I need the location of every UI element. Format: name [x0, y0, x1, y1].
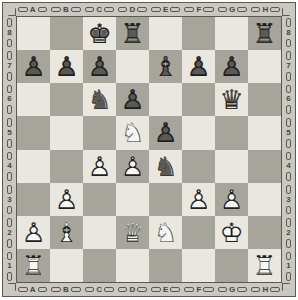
square-d3[interactable]: [116, 183, 149, 216]
square-f8[interactable]: [182, 17, 215, 50]
square-h3[interactable]: [248, 183, 281, 216]
piece-white-pawn[interactable]: ♟♙: [17, 216, 50, 249]
square-d4[interactable]: ♟♙: [116, 150, 149, 183]
file-label-g: G: [216, 3, 249, 16]
file-labels-bottom: ABCDEFGH: [16, 283, 282, 296]
chess-app: ABCDEFGH 87654321 ♚♔♜♖♜♖♟♙♟♙♟♙♝♗♟♙♟♙♞♘♟♙…: [0, 0, 298, 300]
square-c1[interactable]: [83, 249, 116, 282]
rank-label-2: 2: [3, 216, 16, 249]
piece-white-pawn[interactable]: ♟♙: [182, 183, 215, 216]
piece-outline-glyph: ♙: [17, 216, 50, 249]
square-b3[interactable]: ♟♙: [50, 183, 83, 216]
piece-white-bishop[interactable]: ♝♗: [50, 216, 83, 249]
square-h8[interactable]: ♜♖: [248, 17, 281, 50]
piece-outline-glyph: ♙: [182, 183, 215, 216]
piece-outline-glyph: ♙: [182, 50, 215, 83]
piece-outline-glyph: ♙: [149, 116, 182, 149]
piece-outline-glyph: ♔: [215, 216, 248, 249]
piece-white-pawn[interactable]: ♟♙: [215, 183, 248, 216]
rank-label-5: 5: [3, 116, 16, 149]
piece-black-queen[interactable]: ♛♕: [215, 83, 248, 116]
piece-black-bishop[interactable]: ♝♗: [149, 50, 182, 83]
piece-outline-glyph: ♙: [83, 150, 116, 183]
file-label-f: F: [182, 3, 215, 16]
square-g1[interactable]: [215, 249, 248, 282]
rank-label-3: 3: [282, 183, 295, 216]
rank-label-7: 7: [3, 49, 16, 82]
rank-label-7: 7: [282, 49, 295, 82]
file-label-h: H: [249, 283, 282, 296]
square-f2[interactable]: [182, 216, 215, 249]
square-c5[interactable]: [83, 116, 116, 149]
piece-black-pawn[interactable]: ♟♙: [17, 50, 50, 83]
piece-white-knight[interactable]: ♞♘: [149, 216, 182, 249]
square-h5[interactable]: [248, 116, 281, 149]
file-label-c: C: [83, 3, 116, 16]
piece-outline-glyph: ♙: [83, 50, 116, 83]
rank-label-3: 3: [3, 183, 16, 216]
square-f7[interactable]: ♟♙: [182, 50, 215, 83]
piece-outline-glyph: ♘: [149, 150, 182, 183]
piece-outline-glyph: ♕: [116, 216, 149, 249]
square-b6[interactable]: [50, 83, 83, 116]
square-h2[interactable]: [248, 216, 281, 249]
square-a4[interactable]: [17, 150, 50, 183]
piece-white-king[interactable]: ♚♔: [215, 216, 248, 249]
piece-outline-glyph: ♙: [116, 150, 149, 183]
square-c4[interactable]: ♟♙: [83, 150, 116, 183]
square-d5[interactable]: ♞♘: [116, 116, 149, 149]
square-b5[interactable]: [50, 116, 83, 149]
square-f4[interactable]: [182, 150, 215, 183]
square-b4[interactable]: [50, 150, 83, 183]
piece-white-pawn[interactable]: ♟♙: [50, 183, 83, 216]
piece-outline-glyph: ♙: [50, 183, 83, 216]
square-c7[interactable]: ♟♙: [83, 50, 116, 83]
piece-outline-glyph: ♙: [17, 50, 50, 83]
square-b8[interactable]: [50, 17, 83, 50]
square-a3[interactable]: [17, 183, 50, 216]
square-e7[interactable]: ♝♗: [149, 50, 182, 83]
piece-outline-glyph: ♖: [248, 249, 281, 282]
piece-outline-glyph: ♗: [50, 216, 83, 249]
square-c2[interactable]: [83, 216, 116, 249]
piece-outline-glyph: ♘: [116, 116, 149, 149]
piece-outline-glyph: ♙: [50, 50, 83, 83]
rank-label-6: 6: [282, 83, 295, 116]
rank-labels-right: 87654321: [282, 16, 295, 283]
square-a1[interactable]: ♜♖: [17, 249, 50, 282]
chess-board: ♚♔♜♖♜♖♟♙♟♙♟♙♝♗♟♙♟♙♞♘♟♙♛♕♞♘♟♙♟♙♟♙♞♘♟♙♟♙♟♙…: [16, 16, 282, 283]
piece-outline-glyph: ♖: [17, 249, 50, 282]
square-a2[interactable]: ♟♙: [17, 216, 50, 249]
rank-label-8: 8: [282, 16, 295, 49]
piece-black-rook[interactable]: ♜♖: [248, 17, 281, 50]
file-labels-top: ABCDEFGH: [16, 3, 282, 16]
square-b2[interactable]: ♝♗: [50, 216, 83, 249]
board-frame: ABCDEFGH 87654321 ♚♔♜♖♜♖♟♙♟♙♟♙♝♗♟♙♟♙♞♘♟♙…: [2, 2, 296, 297]
file-label-h: H: [249, 3, 282, 16]
rank-label-1: 1: [282, 250, 295, 283]
rank-label-1: 1: [3, 250, 16, 283]
square-e5[interactable]: ♟♙: [149, 116, 182, 149]
square-e1[interactable]: [149, 249, 182, 282]
square-g6[interactable]: ♛♕: [215, 83, 248, 116]
piece-black-king[interactable]: ♚♔: [83, 17, 116, 50]
piece-white-rook[interactable]: ♜♖: [17, 249, 50, 282]
file-label-a: A: [16, 283, 49, 296]
piece-black-pawn[interactable]: ♟♙: [116, 83, 149, 116]
file-label-b: B: [49, 283, 82, 296]
file-label-d: D: [116, 283, 149, 296]
square-c8[interactable]: ♚♔: [83, 17, 116, 50]
square-g2[interactable]: ♚♔: [215, 216, 248, 249]
rank-label-5: 5: [282, 116, 295, 149]
file-label-b: B: [49, 3, 82, 16]
square-e6[interactable]: [149, 83, 182, 116]
frame-corner-bottom-right: [282, 283, 295, 296]
file-label-d: D: [116, 3, 149, 16]
square-f3[interactable]: ♟♙: [182, 183, 215, 216]
piece-black-knight[interactable]: ♞♘: [149, 150, 182, 183]
square-a5[interactable]: [17, 116, 50, 149]
piece-outline-glyph: ♘: [83, 83, 116, 116]
piece-white-queen[interactable]: ♛♕: [116, 216, 149, 249]
piece-black-knight[interactable]: ♞♘: [83, 83, 116, 116]
square-g4[interactable]: [215, 150, 248, 183]
piece-white-pawn[interactable]: ♟♙: [116, 150, 149, 183]
piece-outline-glyph: ♕: [215, 83, 248, 116]
square-h6[interactable]: [248, 83, 281, 116]
square-d8[interactable]: ♜♖: [116, 17, 149, 50]
square-f6[interactable]: [182, 83, 215, 116]
square-c3[interactable]: [83, 183, 116, 216]
rank-label-4: 4: [282, 150, 295, 183]
piece-outline-glyph: ♘: [149, 216, 182, 249]
rank-label-2: 2: [282, 216, 295, 249]
square-d2[interactable]: ♛♕: [116, 216, 149, 249]
piece-outline-glyph: ♙: [116, 83, 149, 116]
rank-labels-left: 87654321: [3, 16, 16, 283]
piece-outline-glyph: ♙: [215, 183, 248, 216]
square-h7[interactable]: [248, 50, 281, 83]
frame-corner-top-right: [282, 3, 295, 16]
square-g7[interactable]: ♟♙: [215, 50, 248, 83]
file-label-c: C: [83, 283, 116, 296]
square-d6[interactable]: ♟♙: [116, 83, 149, 116]
square-b1[interactable]: [50, 249, 83, 282]
file-label-g: G: [216, 283, 249, 296]
piece-outline-glyph: ♙: [215, 50, 248, 83]
square-b7[interactable]: ♟♙: [50, 50, 83, 83]
square-d7[interactable]: [116, 50, 149, 83]
square-f5[interactable]: [182, 116, 215, 149]
piece-white-pawn[interactable]: ♟♙: [83, 150, 116, 183]
square-h4[interactable]: [248, 150, 281, 183]
piece-outline-glyph: ♔: [83, 17, 116, 50]
rank-label-6: 6: [3, 83, 16, 116]
square-h1[interactable]: ♜♖: [248, 249, 281, 282]
square-a8[interactable]: [17, 17, 50, 50]
file-label-f: F: [182, 283, 215, 296]
rank-label-4: 4: [3, 150, 16, 183]
square-d1[interactable]: [116, 249, 149, 282]
file-label-e: E: [149, 3, 182, 16]
piece-white-knight[interactable]: ♞♘: [116, 116, 149, 149]
piece-black-rook[interactable]: ♜♖: [116, 17, 149, 50]
piece-black-pawn[interactable]: ♟♙: [83, 50, 116, 83]
square-g8[interactable]: [215, 17, 248, 50]
square-e3[interactable]: [149, 183, 182, 216]
piece-outline-glyph: ♖: [248, 17, 281, 50]
frame-corner-top-left: [3, 3, 16, 16]
square-g5[interactable]: [215, 116, 248, 149]
square-e4[interactable]: ♞♘: [149, 150, 182, 183]
square-f1[interactable]: [182, 249, 215, 282]
square-g3[interactable]: ♟♙: [215, 183, 248, 216]
square-e8[interactable]: [149, 17, 182, 50]
piece-black-pawn[interactable]: ♟♙: [182, 50, 215, 83]
square-c6[interactable]: ♞♘: [83, 83, 116, 116]
frame-corner-bottom-left: [3, 283, 16, 296]
file-label-a: A: [16, 3, 49, 16]
square-a6[interactable]: [17, 83, 50, 116]
piece-outline-glyph: ♖: [116, 17, 149, 50]
piece-black-pawn[interactable]: ♟♙: [215, 50, 248, 83]
file-label-e: E: [149, 283, 182, 296]
square-e2[interactable]: ♞♘: [149, 216, 182, 249]
rank-label-8: 8: [3, 16, 16, 49]
square-a7[interactable]: ♟♙: [17, 50, 50, 83]
piece-black-pawn[interactable]: ♟♙: [149, 116, 182, 149]
piece-outline-glyph: ♗: [149, 50, 182, 83]
piece-black-pawn[interactable]: ♟♙: [50, 50, 83, 83]
piece-white-rook[interactable]: ♜♖: [248, 249, 281, 282]
